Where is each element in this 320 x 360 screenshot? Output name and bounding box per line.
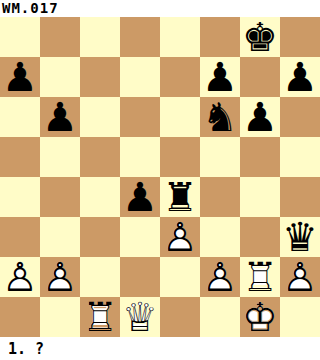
square-d1[interactable]: ♛♕ [120, 297, 160, 337]
piece-black-pawn: ♟ [0, 57, 40, 97]
square-f6[interactable]: ♞ [200, 97, 240, 137]
square-c3[interactable] [80, 217, 120, 257]
square-f5[interactable] [200, 137, 240, 177]
square-c2[interactable] [80, 257, 120, 297]
square-d4[interactable]: ♟ [120, 177, 160, 217]
piece-black-pawn: ♟ [200, 57, 240, 97]
square-d7[interactable] [120, 57, 160, 97]
piece-black-knight: ♞ [200, 97, 240, 137]
square-e8[interactable] [160, 17, 200, 57]
piece-black-pawn: ♟ [240, 97, 280, 137]
square-a5[interactable] [0, 137, 40, 177]
square-h7[interactable]: ♟ [280, 57, 320, 97]
square-b3[interactable] [40, 217, 80, 257]
square-d3[interactable] [120, 217, 160, 257]
square-b7[interactable] [40, 57, 80, 97]
piece-white-king: ♚♔ [240, 297, 280, 337]
square-a2[interactable]: ♟♙ [0, 257, 40, 297]
square-f7[interactable]: ♟ [200, 57, 240, 97]
square-g6[interactable]: ♟ [240, 97, 280, 137]
square-f2[interactable]: ♟♙ [200, 257, 240, 297]
square-d6[interactable] [120, 97, 160, 137]
piece-white-rook: ♜♖ [80, 297, 120, 337]
square-a8[interactable] [0, 17, 40, 57]
piece-black-pawn: ♟ [120, 177, 160, 217]
square-f1[interactable] [200, 297, 240, 337]
square-h6[interactable] [280, 97, 320, 137]
piece-black-king: ♚ [240, 17, 280, 57]
square-d5[interactable] [120, 137, 160, 177]
chess-board: ♚♟♟♟♟♞♟♟♜♟♙♛♟♙♟♙♟♙♜♖♟♙♜♖♛♕♚♔ [0, 17, 320, 337]
square-a3[interactable] [0, 217, 40, 257]
square-g7[interactable] [240, 57, 280, 97]
square-e1[interactable] [160, 297, 200, 337]
piece-black-queen: ♛ [280, 217, 320, 257]
square-c1[interactable]: ♜♖ [80, 297, 120, 337]
square-c7[interactable] [80, 57, 120, 97]
square-c5[interactable] [80, 137, 120, 177]
square-a7[interactable]: ♟ [0, 57, 40, 97]
piece-black-pawn: ♟ [280, 57, 320, 97]
square-e7[interactable] [160, 57, 200, 97]
square-d2[interactable] [120, 257, 160, 297]
square-g1[interactable]: ♚♔ [240, 297, 280, 337]
square-f3[interactable] [200, 217, 240, 257]
piece-black-rook: ♜ [160, 177, 200, 217]
piece-white-pawn: ♟♙ [40, 257, 80, 297]
square-b8[interactable] [40, 17, 80, 57]
square-h1[interactable] [280, 297, 320, 337]
square-e6[interactable] [160, 97, 200, 137]
piece-white-pawn: ♟♙ [0, 257, 40, 297]
square-e5[interactable] [160, 137, 200, 177]
square-h8[interactable] [280, 17, 320, 57]
square-g3[interactable] [240, 217, 280, 257]
square-c4[interactable] [80, 177, 120, 217]
square-g5[interactable] [240, 137, 280, 177]
piece-white-pawn: ♟♙ [200, 257, 240, 297]
square-d8[interactable] [120, 17, 160, 57]
square-b5[interactable] [40, 137, 80, 177]
square-a1[interactable] [0, 297, 40, 337]
square-h3[interactable]: ♛ [280, 217, 320, 257]
square-h4[interactable] [280, 177, 320, 217]
move-prompt: 1. ? [8, 340, 44, 358]
piece-white-queen: ♛♕ [120, 297, 160, 337]
square-b1[interactable] [40, 297, 80, 337]
piece-black-pawn: ♟ [40, 97, 80, 137]
square-b6[interactable]: ♟ [40, 97, 80, 137]
square-a6[interactable] [0, 97, 40, 137]
piece-white-pawn: ♟♙ [160, 217, 200, 257]
square-e2[interactable] [160, 257, 200, 297]
square-c6[interactable] [80, 97, 120, 137]
square-e4[interactable]: ♜ [160, 177, 200, 217]
piece-white-pawn: ♟♙ [280, 257, 320, 297]
square-h2[interactable]: ♟♙ [280, 257, 320, 297]
square-f8[interactable] [200, 17, 240, 57]
piece-white-rook: ♜♖ [240, 257, 280, 297]
square-b2[interactable]: ♟♙ [40, 257, 80, 297]
square-h5[interactable] [280, 137, 320, 177]
square-g8[interactable]: ♚ [240, 17, 280, 57]
square-c8[interactable] [80, 17, 120, 57]
square-g2[interactable]: ♜♖ [240, 257, 280, 297]
square-a4[interactable] [0, 177, 40, 217]
square-g4[interactable] [240, 177, 280, 217]
square-b4[interactable] [40, 177, 80, 217]
square-f4[interactable] [200, 177, 240, 217]
puzzle-title: WM.017 [2, 0, 59, 16]
square-e3[interactable]: ♟♙ [160, 217, 200, 257]
